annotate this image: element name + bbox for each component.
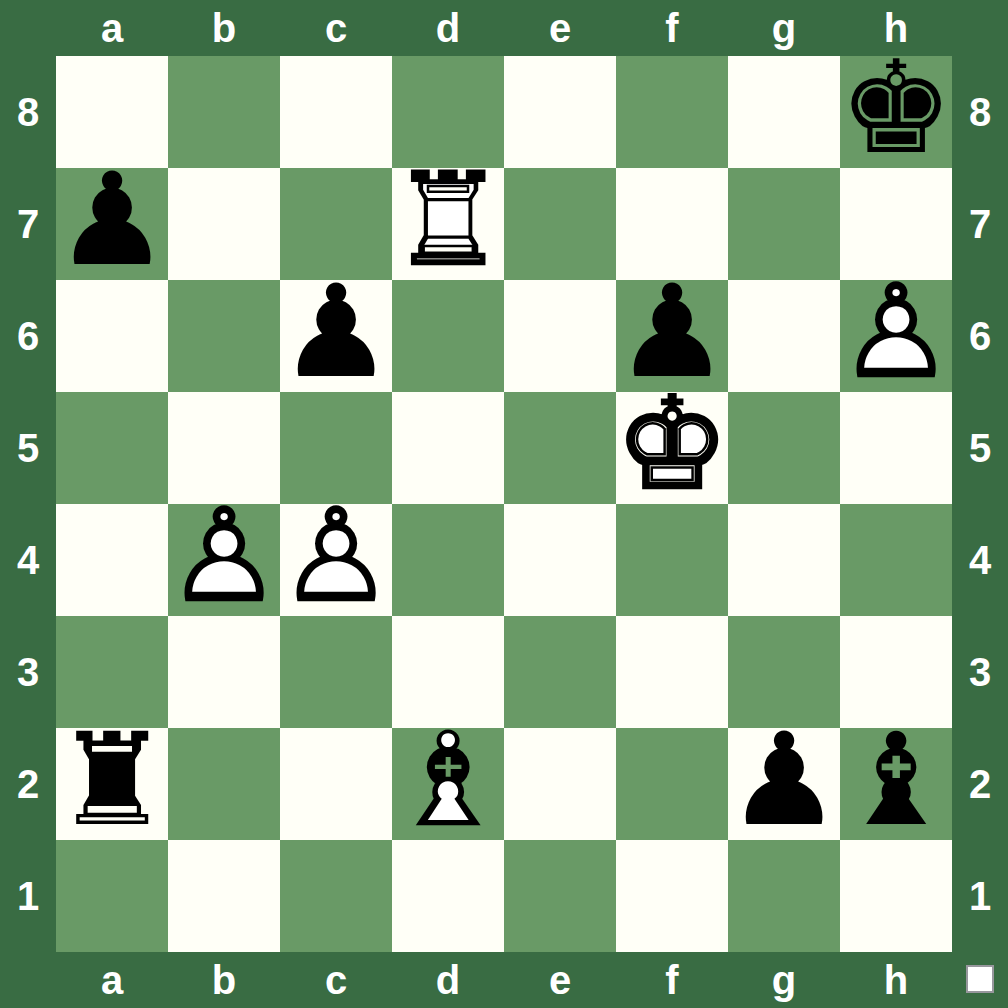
chess-board: ♚♟♜♖♟♟♟♙♚♔♟♙♟♙♜♝♗♟♝ [56, 56, 952, 952]
black-pawn[interactable]: ♟ [280, 280, 392, 392]
file-label-h: h [840, 952, 952, 1008]
square-h1[interactable] [840, 840, 952, 952]
black-piece-glyph: ♟ [56, 164, 168, 276]
white-piece-outline-glyph: ♙ [280, 500, 392, 612]
square-b2[interactable] [168, 728, 280, 840]
square-f3[interactable] [616, 616, 728, 728]
square-g2[interactable]: ♟ [728, 728, 840, 840]
file-label-a: a [56, 0, 168, 56]
square-e2[interactable] [504, 728, 616, 840]
rank-label-7: 7 [952, 168, 1008, 280]
black-piece-glyph: ♝ [840, 724, 952, 836]
square-f2[interactable] [616, 728, 728, 840]
square-d5[interactable] [392, 392, 504, 504]
square-h8[interactable]: ♚ [840, 56, 952, 168]
rank-labels-right: 87654321 [952, 56, 1008, 952]
file-label-a: a [56, 952, 168, 1008]
square-a7[interactable]: ♟ [56, 168, 168, 280]
file-label-b: b [168, 0, 280, 56]
file-label-g: g [728, 0, 840, 56]
square-h6[interactable]: ♟♙ [840, 280, 952, 392]
square-a6[interactable] [56, 280, 168, 392]
rank-label-8: 8 [952, 56, 1008, 168]
white-to-move-indicator [966, 965, 994, 993]
black-pawn[interactable]: ♟ [56, 168, 168, 280]
square-b4[interactable]: ♟♙ [168, 504, 280, 616]
rank-label-5: 5 [0, 392, 56, 504]
rank-label-7: 7 [0, 168, 56, 280]
square-c8[interactable] [280, 56, 392, 168]
square-c4[interactable]: ♟♙ [280, 504, 392, 616]
file-labels-bottom: abcdefgh [56, 952, 952, 1008]
rank-label-4: 4 [952, 504, 1008, 616]
white-bishop[interactable]: ♝♗ [392, 728, 504, 840]
square-d6[interactable] [392, 280, 504, 392]
file-labels-top: abcdefgh [56, 0, 952, 56]
white-king[interactable]: ♚♔ [616, 392, 728, 504]
rank-label-2: 2 [0, 728, 56, 840]
file-label-b: b [168, 952, 280, 1008]
rank-label-3: 3 [0, 616, 56, 728]
white-rook[interactable]: ♜♖ [392, 168, 504, 280]
square-f1[interactable] [616, 840, 728, 952]
square-e8[interactable] [504, 56, 616, 168]
black-bishop[interactable]: ♝ [840, 728, 952, 840]
file-label-g: g [728, 952, 840, 1008]
file-label-e: e [504, 0, 616, 56]
rank-label-4: 4 [0, 504, 56, 616]
square-b8[interactable] [168, 56, 280, 168]
white-pawn[interactable]: ♟♙ [168, 504, 280, 616]
chess-board-frame: abcdefgh abcdefgh 87654321 87654321 ♚♟♜♖… [0, 0, 1008, 1008]
square-d4[interactable] [392, 504, 504, 616]
black-rook[interactable]: ♜ [56, 728, 168, 840]
rank-label-8: 8 [0, 56, 56, 168]
black-piece-glyph: ♟ [728, 724, 840, 836]
black-king[interactable]: ♚ [840, 56, 952, 168]
square-a4[interactable] [56, 504, 168, 616]
square-e5[interactable] [504, 392, 616, 504]
file-label-c: c [280, 952, 392, 1008]
square-c3[interactable] [280, 616, 392, 728]
white-piece-outline-glyph: ♙ [840, 276, 952, 388]
square-g8[interactable] [728, 56, 840, 168]
black-piece-glyph: ♜ [56, 724, 168, 836]
file-label-e: e [504, 952, 616, 1008]
file-label-d: d [392, 952, 504, 1008]
square-e1[interactable] [504, 840, 616, 952]
square-h2[interactable]: ♝ [840, 728, 952, 840]
square-b1[interactable] [168, 840, 280, 952]
square-h5[interactable] [840, 392, 952, 504]
white-pawn[interactable]: ♟♙ [840, 280, 952, 392]
white-pawn[interactable]: ♟♙ [280, 504, 392, 616]
rank-label-2: 2 [952, 728, 1008, 840]
white-piece-outline-glyph: ♗ [392, 724, 504, 836]
square-g5[interactable] [728, 392, 840, 504]
square-d1[interactable] [392, 840, 504, 952]
square-g7[interactable] [728, 168, 840, 280]
file-label-c: c [280, 0, 392, 56]
square-b3[interactable] [168, 616, 280, 728]
rank-label-6: 6 [952, 280, 1008, 392]
square-g1[interactable] [728, 840, 840, 952]
square-e7[interactable] [504, 168, 616, 280]
rank-label-3: 3 [952, 616, 1008, 728]
square-e6[interactable] [504, 280, 616, 392]
file-label-f: f [616, 0, 728, 56]
square-g6[interactable] [728, 280, 840, 392]
square-a2[interactable]: ♜ [56, 728, 168, 840]
square-h4[interactable] [840, 504, 952, 616]
rank-label-6: 6 [0, 280, 56, 392]
square-e4[interactable] [504, 504, 616, 616]
square-d2[interactable]: ♝♗ [392, 728, 504, 840]
square-a1[interactable] [56, 840, 168, 952]
rank-labels-left: 87654321 [0, 56, 56, 952]
square-f8[interactable] [616, 56, 728, 168]
black-pawn[interactable]: ♟ [728, 728, 840, 840]
square-a5[interactable] [56, 392, 168, 504]
square-e3[interactable] [504, 616, 616, 728]
white-piece-outline-glyph: ♖ [392, 164, 504, 276]
square-b7[interactable] [168, 168, 280, 280]
black-piece-glyph: ♚ [840, 52, 952, 164]
square-d7[interactable]: ♜♖ [392, 168, 504, 280]
square-c1[interactable] [280, 840, 392, 952]
square-f5[interactable]: ♚♔ [616, 392, 728, 504]
rank-label-1: 1 [952, 840, 1008, 952]
black-piece-glyph: ♟ [280, 276, 392, 388]
white-piece-outline-glyph: ♔ [616, 388, 728, 500]
file-label-f: f [616, 952, 728, 1008]
square-g4[interactable] [728, 504, 840, 616]
square-f4[interactable] [616, 504, 728, 616]
file-label-d: d [392, 0, 504, 56]
white-piece-outline-glyph: ♙ [168, 500, 280, 612]
square-c2[interactable] [280, 728, 392, 840]
rank-label-1: 1 [0, 840, 56, 952]
rank-label-5: 5 [952, 392, 1008, 504]
square-b6[interactable] [168, 280, 280, 392]
square-c6[interactable]: ♟ [280, 280, 392, 392]
